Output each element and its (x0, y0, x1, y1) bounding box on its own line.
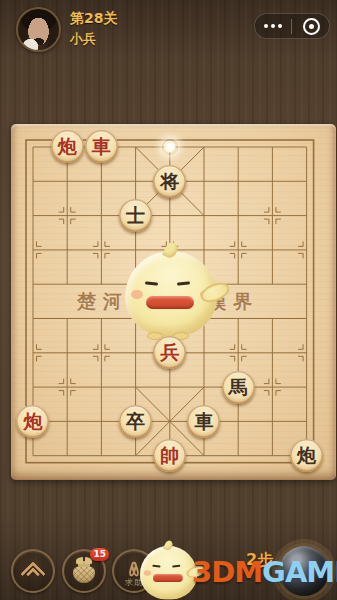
player-avatar[interactable] (16, 7, 61, 52)
app-screen: 第28关 小兵 楚河 漢界 炮車将士兵馬炮卒車帥炮 (0, 0, 337, 600)
level-label: 第28关 (70, 11, 117, 25)
hint-count-badge: 15 (90, 548, 109, 561)
xiangqi-piece-black-炮[interactable]: 炮 (290, 439, 323, 472)
brand-game: GAME (262, 555, 337, 589)
mascot-eye (152, 565, 160, 568)
wechat-capsule (254, 13, 330, 39)
dot-icon (271, 24, 275, 28)
xiangqi-piece-red-帥[interactable]: 帥 (153, 439, 186, 472)
xiangqi-board[interactable]: 楚河 漢界 炮車将士兵馬炮卒車帥炮 (11, 124, 336, 480)
menu-expand-button[interactable] (11, 549, 55, 593)
pieces-grid: 炮車将士兵馬炮卒車帥炮 (16, 130, 324, 473)
brand-3dm: 3DM (192, 555, 262, 589)
xiangqi-piece-black-車[interactable]: 車 (187, 405, 220, 438)
mascot-blush (143, 570, 150, 576)
mascot-body (140, 546, 197, 599)
more-options-button[interactable] (256, 14, 290, 38)
praying-hands-icon (128, 561, 140, 576)
xiangqi-piece-black-士[interactable]: 士 (119, 199, 152, 232)
xiangqi-piece-red-炮[interactable]: 炮 (51, 130, 84, 163)
mascot-mouth (153, 574, 183, 582)
highlight-sparkle (162, 139, 178, 155)
dot-icon (278, 24, 282, 28)
xiangqi-piece-black-馬[interactable]: 馬 (222, 371, 255, 404)
money-bag-icon (73, 566, 95, 583)
xiangqi-piece-red-兵[interactable]: 兵 (153, 336, 186, 369)
header-titles: 第28关 小兵 (70, 11, 117, 45)
xiangqi-piece-red-炮[interactable]: 炮 (16, 405, 49, 438)
target-icon (303, 18, 320, 35)
xiangqi-piece-black-将[interactable]: 将 (153, 165, 186, 198)
xiangqi-piece-red-車[interactable]: 車 (85, 130, 118, 163)
capsule-divider (291, 19, 292, 34)
hint-bag-button[interactable]: 15 (62, 549, 106, 593)
mascot-ahoge (163, 539, 174, 551)
mascot-eye (172, 565, 180, 568)
xiangqi-piece-black-卒[interactable]: 卒 (119, 405, 152, 438)
watermark-brand: 3DMGAME (192, 558, 337, 587)
watermark-mascot-small (140, 546, 197, 599)
dot-icon (264, 24, 268, 28)
level-name: 小兵 (70, 32, 117, 45)
close-miniprogram-button[interactable] (294, 14, 328, 38)
